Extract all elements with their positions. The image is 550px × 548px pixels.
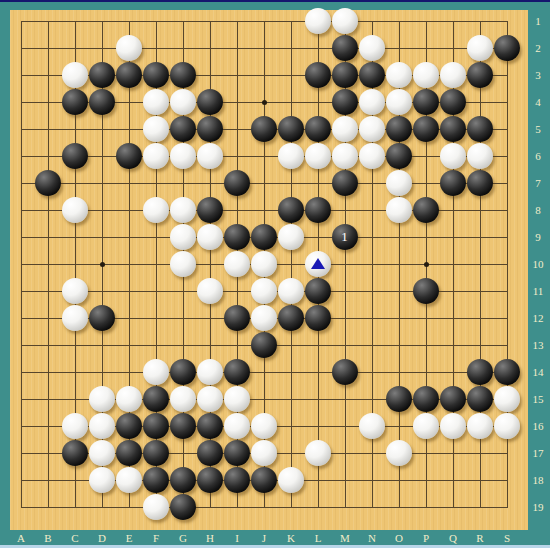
- stone-white-R6: [467, 143, 493, 169]
- stone-white-H11: [197, 278, 223, 304]
- stone-white-J11: [251, 278, 277, 304]
- stone-black-G14: [170, 359, 196, 385]
- stone-black-R7: [467, 170, 493, 196]
- stone-white-O3: [386, 62, 412, 88]
- stone-black-H18: [197, 467, 223, 493]
- stone-black-O5: [386, 116, 412, 142]
- stone-black-H17: [197, 440, 223, 466]
- stone-white-Q3: [440, 62, 466, 88]
- go-board-widget: 1 ABCDEFGHIJKLMNOPQRS1234567891011121314…: [0, 0, 550, 548]
- stone-black-J9: [251, 224, 277, 250]
- stone-white-O17: [386, 440, 412, 466]
- row-label-10: 10: [528, 258, 548, 270]
- stone-black-E3: [116, 62, 142, 88]
- stone-white-S15: [494, 386, 520, 412]
- stone-white-R16: [467, 413, 493, 439]
- stone-black-P5: [413, 116, 439, 142]
- stone-white-M1: [332, 8, 358, 34]
- stone-black-L11: [305, 278, 331, 304]
- stone-white-C3: [62, 62, 88, 88]
- stone-white-N2: [359, 35, 385, 61]
- stone-black-B7: [35, 170, 61, 196]
- stone-white-L6: [305, 143, 331, 169]
- stone-black-M4: [332, 89, 358, 115]
- stone-black-R14: [467, 359, 493, 385]
- column-label-Q: Q: [444, 532, 462, 544]
- stone-black-F18: [143, 467, 169, 493]
- stone-black-H16: [197, 413, 223, 439]
- stone-black-F15: [143, 386, 169, 412]
- stone-white-O4: [386, 89, 412, 115]
- stone-black-J18: [251, 467, 277, 493]
- row-label-9: 9: [528, 231, 548, 243]
- row-label-16: 16: [528, 420, 548, 432]
- row-label-7: 7: [528, 177, 548, 189]
- stone-white-L10: [305, 251, 331, 277]
- stone-black-P11: [413, 278, 439, 304]
- stone-white-H6: [197, 143, 223, 169]
- stone-black-Q15: [440, 386, 466, 412]
- stone-white-G6: [170, 143, 196, 169]
- stone-black-F16: [143, 413, 169, 439]
- stone-white-G10: [170, 251, 196, 277]
- stone-black-L5: [305, 116, 331, 142]
- stone-white-I10: [224, 251, 250, 277]
- stone-black-K5: [278, 116, 304, 142]
- stone-black-J13: [251, 332, 277, 358]
- stone-white-G9: [170, 224, 196, 250]
- column-label-J: J: [255, 532, 273, 544]
- stone-white-E2: [116, 35, 142, 61]
- stone-white-K18: [278, 467, 304, 493]
- stone-white-F19: [143, 494, 169, 520]
- stone-white-J17: [251, 440, 277, 466]
- stone-black-M3: [332, 62, 358, 88]
- row-label-17: 17: [528, 447, 548, 459]
- stone-white-D18: [89, 467, 115, 493]
- column-label-P: P: [417, 532, 435, 544]
- column-label-O: O: [390, 532, 408, 544]
- stone-white-N5: [359, 116, 385, 142]
- stone-black-R3: [467, 62, 493, 88]
- stone-black-Q5: [440, 116, 466, 142]
- stone-black-M14: [332, 359, 358, 385]
- column-label-S: S: [498, 532, 516, 544]
- stone-black-L3: [305, 62, 331, 88]
- stone-black-I9: [224, 224, 250, 250]
- row-label-15: 15: [528, 393, 548, 405]
- stone-black-G3: [170, 62, 196, 88]
- stone-black-P4: [413, 89, 439, 115]
- stone-white-D16: [89, 413, 115, 439]
- column-label-A: A: [12, 532, 30, 544]
- window-top-border: [0, 0, 550, 2]
- stone-white-R2: [467, 35, 493, 61]
- column-label-M: M: [336, 532, 354, 544]
- stone-black-Q4: [440, 89, 466, 115]
- stone-white-H15: [197, 386, 223, 412]
- stone-black-P8: [413, 197, 439, 223]
- column-label-K: K: [282, 532, 300, 544]
- stone-black-G5: [170, 116, 196, 142]
- row-label-14: 14: [528, 366, 548, 378]
- stone-black-I18: [224, 467, 250, 493]
- stone-black-R15: [467, 386, 493, 412]
- stone-black-M7: [332, 170, 358, 196]
- stone-white-K11: [278, 278, 304, 304]
- stone-white-Q6: [440, 143, 466, 169]
- stone-white-N6: [359, 143, 385, 169]
- stone-white-G15: [170, 386, 196, 412]
- row-label-5: 5: [528, 123, 548, 135]
- column-label-E: E: [120, 532, 138, 544]
- row-label-3: 3: [528, 69, 548, 81]
- column-label-H: H: [201, 532, 219, 544]
- stone-white-J16: [251, 413, 277, 439]
- stone-black-O6: [386, 143, 412, 169]
- stone-black-D3: [89, 62, 115, 88]
- stone-black-F17: [143, 440, 169, 466]
- row-label-6: 6: [528, 150, 548, 162]
- column-label-N: N: [363, 532, 381, 544]
- stone-white-K6: [278, 143, 304, 169]
- stone-black-D12: [89, 305, 115, 331]
- stone-white-C11: [62, 278, 88, 304]
- row-label-18: 18: [528, 474, 548, 486]
- goban-grid[interactable]: 1: [7, 7, 520, 520]
- stone-black-I14: [224, 359, 250, 385]
- stone-black-C4: [62, 89, 88, 115]
- stone-white-O8: [386, 197, 412, 223]
- stone-black-R5: [467, 116, 493, 142]
- stone-black-E6: [116, 143, 142, 169]
- row-label-8: 8: [528, 204, 548, 216]
- stone-white-D17: [89, 440, 115, 466]
- stone-black-S2: [494, 35, 520, 61]
- row-label-12: 12: [528, 312, 548, 324]
- stone-white-M6: [332, 143, 358, 169]
- stone-white-L17: [305, 440, 331, 466]
- stone-white-J10: [251, 251, 277, 277]
- stone-black-K8: [278, 197, 304, 223]
- stone-black-F3: [143, 62, 169, 88]
- stone-black-M2: [332, 35, 358, 61]
- column-label-B: B: [39, 532, 57, 544]
- stone-black-L8: [305, 197, 331, 223]
- stone-black-Q7: [440, 170, 466, 196]
- stone-black-G18: [170, 467, 196, 493]
- stone-white-C8: [62, 197, 88, 223]
- row-label-1: 1: [528, 15, 548, 27]
- row-label-13: 13: [528, 339, 548, 351]
- stone-black-N3: [359, 62, 385, 88]
- stone-black-H5: [197, 116, 223, 142]
- stone-black-H8: [197, 197, 223, 223]
- stone-black-C17: [62, 440, 88, 466]
- stone-white-E18: [116, 467, 142, 493]
- column-label-R: R: [471, 532, 489, 544]
- stone-white-H14: [197, 359, 223, 385]
- stone-white-O7: [386, 170, 412, 196]
- stone-white-C12: [62, 305, 88, 331]
- stone-black-S14: [494, 359, 520, 385]
- stone-black-G16: [170, 413, 196, 439]
- stone-white-J12: [251, 305, 277, 331]
- triangle-marker-icon: [311, 258, 325, 269]
- stone-white-N16: [359, 413, 385, 439]
- stone-black-I17: [224, 440, 250, 466]
- stone-white-H9: [197, 224, 223, 250]
- stone-white-M5: [332, 116, 358, 142]
- column-label-C: C: [66, 532, 84, 544]
- stone-black-E16: [116, 413, 142, 439]
- stone-black-H4: [197, 89, 223, 115]
- stone-black-K12: [278, 305, 304, 331]
- stone-white-S16: [494, 413, 520, 439]
- column-label-F: F: [147, 532, 165, 544]
- stone-black-E17: [116, 440, 142, 466]
- move-number-label: 1: [332, 224, 358, 250]
- stone-black-P15: [413, 386, 439, 412]
- stone-black-J5: [251, 116, 277, 142]
- stone-white-G8: [170, 197, 196, 223]
- stone-black-I12: [224, 305, 250, 331]
- stone-white-F14: [143, 359, 169, 385]
- stone-black-C6: [62, 143, 88, 169]
- stone-white-F5: [143, 116, 169, 142]
- stone-black-L12: [305, 305, 331, 331]
- stone-white-D15: [89, 386, 115, 412]
- stone-black-G19: [170, 494, 196, 520]
- stone-white-L1: [305, 8, 331, 34]
- stone-white-I16: [224, 413, 250, 439]
- column-label-I: I: [228, 532, 246, 544]
- stone-white-I15: [224, 386, 250, 412]
- stone-white-P3: [413, 62, 439, 88]
- stone-black-D4: [89, 89, 115, 115]
- stone-white-K9: [278, 224, 304, 250]
- stone-white-G4: [170, 89, 196, 115]
- stone-black-I7: [224, 170, 250, 196]
- stone-white-P16: [413, 413, 439, 439]
- column-label-G: G: [174, 532, 192, 544]
- stone-white-E15: [116, 386, 142, 412]
- stone-white-F4: [143, 89, 169, 115]
- row-label-4: 4: [528, 96, 548, 108]
- stone-white-N4: [359, 89, 385, 115]
- row-label-19: 19: [528, 501, 548, 513]
- stone-white-F8: [143, 197, 169, 223]
- stone-white-Q16: [440, 413, 466, 439]
- row-label-2: 2: [528, 42, 548, 54]
- stone-black-O15: [386, 386, 412, 412]
- stone-white-C16: [62, 413, 88, 439]
- column-label-L: L: [309, 532, 327, 544]
- stone-black-M9: 1: [332, 224, 358, 250]
- stone-white-F6: [143, 143, 169, 169]
- row-label-11: 11: [528, 285, 548, 297]
- column-label-D: D: [93, 532, 111, 544]
